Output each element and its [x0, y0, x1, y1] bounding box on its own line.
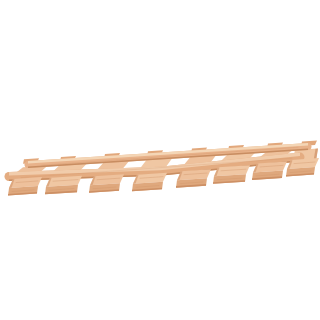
product-photo-canvas: [0, 0, 320, 320]
wooden-track: [5, 140, 320, 195]
track-tie: [213, 165, 250, 184]
track-svg: [0, 0, 320, 320]
track-tie: [89, 174, 124, 193]
track-tie: [132, 173, 167, 192]
track-tie: [45, 176, 82, 195]
track-tie: [286, 158, 319, 177]
track-tie: [8, 177, 42, 196]
track-tie: [176, 169, 211, 188]
track-tie: [252, 161, 287, 180]
